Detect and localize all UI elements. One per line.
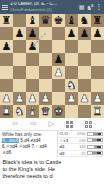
board-square[interactable] [26, 53, 39, 66]
white-pawn-piece: ♟ [67, 92, 77, 105]
black-queen-piece: ♛ [41, 14, 51, 27]
board-square[interactable]: ♟ [91, 92, 104, 105]
white-queen-piece: ♛ [41, 105, 51, 118]
black-pawn-piece: ♟ [67, 27, 77, 40]
book-move-row[interactable]: d325 [58, 151, 104, 158]
board-square[interactable] [78, 105, 91, 118]
engine-analysis-icon[interactable]: ♞ A [87, 0, 94, 14]
board-square[interactable] [65, 53, 78, 66]
board-square[interactable] [78, 40, 91, 53]
black-pawn-piece: ♟ [28, 27, 38, 40]
board-square[interactable] [52, 92, 65, 105]
result-bar [87, 138, 103, 142]
move-text[interactable]: 5.d4 exd4 [19, 138, 40, 143]
board-square[interactable]: ♛ [39, 14, 52, 27]
book-move-count: 25 [76, 151, 86, 156]
app-window: 1-0 Lasker, Dr. E. - C... ChessFundament… [0, 0, 104, 184]
board-square[interactable] [0, 27, 13, 40]
back-move-button[interactable]: ⇦ [12, 118, 18, 130]
board-square[interactable]: ♟ [91, 27, 104, 40]
board-square[interactable]: ♟ [0, 92, 13, 105]
board-square[interactable] [26, 66, 39, 79]
black-pawn-piece: ♟ [93, 27, 103, 40]
opening-book-panel: O-O1866♘c3269d4118d325 [57, 131, 104, 157]
board-square[interactable]: ♟ [52, 66, 65, 79]
board-square[interactable]: ♝ [26, 105, 39, 118]
forward-move-button[interactable]: ⇨ [30, 118, 36, 130]
black-king-piece: ♚ [54, 14, 64, 27]
result-bar [87, 132, 103, 136]
board-square[interactable]: ♟ [52, 53, 65, 66]
board-square[interactable] [13, 79, 26, 92]
black-pawn-piece: ♟ [28, 40, 38, 53]
board-square[interactable]: ♜ [0, 14, 13, 27]
board-square[interactable] [78, 53, 91, 66]
engine-letter: A [91, 0, 94, 13]
white-pawn-piece: ♟ [15, 92, 25, 105]
nav-toolbar: ⇦ ⇨ ▷ [0, 118, 104, 131]
current-move[interactable]: 4...dxc6 [2, 138, 19, 143]
content-split: White has only one. 4...dxc6 5.d4 exd4 6… [0, 131, 104, 157]
white-knight-piece: ♞ [67, 79, 77, 92]
black-pawn-piece: ♟ [2, 40, 12, 53]
black-pawn-piece: ♟ [15, 27, 25, 40]
board-square[interactable] [52, 40, 65, 53]
board-square[interactable]: ♛ [39, 105, 52, 118]
board-square[interactable] [13, 14, 26, 27]
board-square[interactable] [13, 66, 26, 79]
board-square[interactable] [91, 66, 104, 79]
result-bar-segment [97, 152, 102, 154]
menu-icon[interactable] [2, 5, 8, 10]
board-square[interactable] [13, 40, 26, 53]
white-pawn-piece: ♟ [41, 92, 51, 105]
board-list-icon[interactable] [85, 121, 92, 128]
board-square[interactable] [52, 27, 65, 40]
board-square[interactable] [52, 79, 65, 92]
black-pawn-piece: ♟ [80, 27, 90, 40]
result-bar-segment [97, 146, 101, 148]
board-square[interactable] [91, 40, 104, 53]
board-square[interactable] [39, 27, 52, 40]
book-move-count: 269 [76, 138, 86, 143]
board-grid-icon[interactable]: ▦ [79, 0, 85, 14]
board-square[interactable]: ♟ [13, 92, 26, 105]
board-square[interactable] [91, 53, 104, 66]
board-square[interactable]: ♟ [39, 92, 52, 105]
book-move-label: O-O [60, 131, 75, 136]
comment-pane: Black's idea is to Castleto the King's s… [0, 157, 104, 184]
board-square[interactable]: ♟ [78, 27, 91, 40]
book-move-label: d4 [60, 144, 75, 149]
board-square[interactable] [39, 79, 52, 92]
white-pawn-piece: ♟ [54, 66, 64, 79]
white-pawn-piece: ♟ [28, 92, 38, 105]
result-bar-segment [98, 133, 102, 135]
board-square[interactable]: ♟ [13, 27, 26, 40]
black-pawn-piece: ♟ [54, 53, 64, 66]
black-bishop-piece: ♝ [67, 14, 77, 27]
board-square[interactable] [0, 53, 13, 66]
white-rook-piece: ♜ [2, 105, 12, 118]
board-square[interactable] [0, 66, 13, 79]
book-move-label: ♘c3 [60, 138, 75, 143]
white-pawn-piece: ♟ [2, 92, 12, 105]
black-rook-piece: ♜ [2, 14, 12, 27]
comment-line: Black's idea is to Castle [3, 159, 102, 166]
board-square[interactable]: ♜ [91, 105, 104, 118]
book-move-count: 118 [76, 144, 86, 149]
chess-board[interactable]: ♜♝♛♚♝♞♜♟♟♟♟♟♟♟♟♟♞♟♟♟♟♟♟♟♜♞♝♛♚♜ [0, 14, 104, 118]
board-square[interactable]: ♟ [26, 40, 39, 53]
board-square[interactable] [78, 66, 91, 79]
comment-line: therefore needs to d [3, 173, 102, 180]
title-block: 1-0 Lasker, Dr. E. - C... ChessFundament… [10, 2, 77, 12]
comment-line: to the King's side. He [3, 166, 102, 173]
result-bar [87, 151, 103, 155]
white-bishop-piece: ♝ [28, 105, 38, 118]
board-square[interactable]: ♜ [0, 105, 13, 118]
page-subtitle: ChessFundamentals (1) [10, 8, 77, 12]
board-square[interactable]: ♟ [78, 92, 91, 105]
board-square[interactable] [13, 53, 26, 66]
notation-pane: White has only one. 4...dxc6 5.d4 exd4 6… [0, 131, 57, 157]
board-square[interactable]: ♟ [26, 27, 39, 40]
board-square[interactable]: ♝ [65, 14, 78, 27]
black-bishop-piece: ♝ [28, 14, 38, 27]
board-square[interactable]: ♚ [52, 14, 65, 27]
white-pawn-piece: ♟ [80, 92, 90, 105]
black-knight-piece: ♞ [80, 14, 90, 27]
black-rook-piece: ♜ [93, 14, 103, 27]
grid-view-icon[interactable] [66, 121, 73, 128]
board-square[interactable]: ♟ [65, 27, 78, 40]
white-king-piece: ♚ [54, 105, 64, 118]
app-bar: 1-0 Lasker, Dr. E. - C... ChessFundament… [0, 0, 104, 14]
board-square[interactable]: ♚ [52, 105, 65, 118]
board-square[interactable] [39, 53, 52, 66]
board-square[interactable]: ♟ [26, 92, 39, 105]
board-square[interactable] [39, 40, 52, 53]
board-square[interactable] [26, 79, 39, 92]
board-square[interactable] [65, 105, 78, 118]
move-text[interactable]: ♗d6 [2, 150, 55, 156]
board-square[interactable] [0, 79, 13, 92]
board-square[interactable]: ♟ [65, 92, 78, 105]
board-square[interactable]: ♟ [0, 40, 13, 53]
result-bar-segment [97, 139, 101, 141]
board-square[interactable]: ♞ [78, 14, 91, 27]
board-square[interactable]: ♝ [26, 14, 39, 27]
autoplay-button[interactable]: ▷ [48, 118, 54, 130]
board-square[interactable] [39, 66, 52, 79]
white-knight-piece: ♞ [15, 105, 25, 118]
board-square[interactable] [78, 79, 91, 92]
overflow-menu-icon[interactable]: ⋮ [96, 0, 103, 14]
white-rook-piece: ♜ [93, 105, 103, 118]
board-square[interactable] [65, 40, 78, 53]
result-bar [87, 145, 103, 149]
white-pawn-piece: ♟ [93, 92, 103, 105]
board-square[interactable] [65, 66, 78, 79]
page-title: 1-0 Lasker, Dr. E. - C... [10, 2, 77, 7]
board-square[interactable]: ♜ [91, 14, 104, 27]
board-square[interactable]: ♞ [13, 105, 26, 118]
board-square[interactable] [91, 79, 104, 92]
board-square[interactable]: ♞ [65, 79, 78, 92]
book-move-count: 1866 [76, 131, 86, 136]
book-move-label: d3 [60, 151, 75, 156]
